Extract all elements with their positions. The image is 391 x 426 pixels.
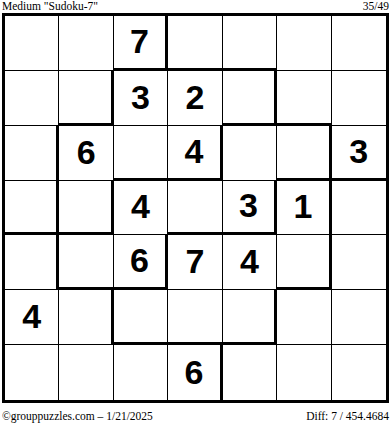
given-digit: 6: [130, 243, 149, 279]
cell-r5c7[interactable]: [332, 235, 386, 290]
header: Medium "Sudoku-7" 35/49: [2, 0, 389, 13]
cell-r3c5[interactable]: [223, 126, 277, 181]
cell-r2c7[interactable]: [332, 71, 386, 126]
cell-r7c7[interactable]: [332, 345, 386, 400]
cell-r2c6[interactable]: [277, 71, 331, 126]
sudoku-grid: 73264343167446: [2, 13, 389, 403]
given-digit: 3: [239, 188, 258, 224]
footer: ©grouppuzzles.com – 1/21/2025 Diff: 7 / …: [2, 410, 389, 423]
cell-r5c1[interactable]: [5, 235, 59, 290]
cell-r6c5[interactable]: [223, 290, 277, 345]
given-digit: 4: [131, 189, 150, 225]
cell-r7c2[interactable]: [59, 345, 113, 400]
cell-r7c1[interactable]: [5, 345, 59, 400]
cell-r2c3[interactable]: 3: [114, 71, 168, 126]
cell-r6c4[interactable]: [168, 290, 222, 345]
puzzle-page: Medium "Sudoku-7" 35/49 73264343167446 ©…: [0, 0, 391, 426]
given-digit: 3: [131, 80, 150, 116]
cell-r3c6[interactable]: [277, 126, 331, 181]
cell-r2c5[interactable]: [223, 71, 277, 126]
given-digit: 7: [186, 244, 205, 280]
cell-r6c6[interactable]: [277, 290, 331, 345]
cell-r4c7[interactable]: [332, 181, 386, 236]
cell-r5c5[interactable]: 4: [223, 235, 277, 290]
cell-r4c2[interactable]: [59, 181, 113, 236]
given-digit: 6: [185, 355, 204, 391]
given-digit: 2: [186, 80, 205, 116]
given-digit: 6: [77, 135, 96, 171]
cell-r2c2[interactable]: [59, 71, 113, 126]
cell-r1c1[interactable]: [5, 16, 59, 71]
cell-r3c3[interactable]: [114, 126, 168, 181]
cell-r5c2[interactable]: [59, 235, 113, 290]
puzzle-title: Medium "Sudoku-7": [2, 0, 98, 12]
cell-r7c4[interactable]: 6: [168, 345, 222, 400]
cell-r3c7[interactable]: 3: [332, 126, 386, 181]
cell-r6c2[interactable]: [59, 290, 113, 345]
cell-r3c2[interactable]: 6: [59, 126, 113, 181]
given-digit: 4: [240, 244, 259, 280]
cell-r7c3[interactable]: [114, 345, 168, 400]
copyright-date: ©grouppuzzles.com – 1/21/2025: [2, 410, 153, 423]
given-digit: 1: [293, 189, 312, 225]
cell-r1c7[interactable]: [332, 16, 386, 71]
cell-r6c7[interactable]: [332, 290, 386, 345]
cell-r7c5[interactable]: [223, 345, 277, 400]
given-digit: 4: [185, 134, 204, 170]
cell-r1c4[interactable]: [168, 16, 222, 71]
given-digit: 3: [349, 134, 368, 170]
cell-r6c1[interactable]: 4: [5, 290, 59, 345]
cell-r4c3[interactable]: 4: [114, 181, 168, 236]
cell-r3c4[interactable]: 4: [168, 126, 222, 181]
cell-r4c5[interactable]: 3: [223, 181, 277, 236]
given-digit: 7: [130, 24, 149, 60]
cell-r1c6[interactable]: [277, 16, 331, 71]
cell-r2c4[interactable]: 2: [168, 71, 222, 126]
cell-r5c6[interactable]: [277, 235, 331, 290]
difficulty-value: Diff: 7 / 454.4684: [306, 410, 389, 423]
cell-r1c3[interactable]: 7: [114, 16, 168, 71]
cell-r5c4[interactable]: 7: [168, 235, 222, 290]
cell-r4c1[interactable]: [5, 181, 59, 236]
cell-r1c5[interactable]: [223, 16, 277, 71]
cell-r5c3[interactable]: 6: [114, 235, 168, 290]
cell-r6c3[interactable]: [114, 290, 168, 345]
cell-r7c6[interactable]: [277, 345, 331, 400]
cell-r4c6[interactable]: 1: [277, 181, 331, 236]
given-digit: 4: [22, 299, 41, 335]
cell-r4c4[interactable]: [168, 181, 222, 236]
cell-r1c2[interactable]: [59, 16, 113, 71]
cell-r3c1[interactable]: [5, 126, 59, 181]
cell-r2c1[interactable]: [5, 71, 59, 126]
puzzle-counter: 35/49: [363, 0, 389, 12]
